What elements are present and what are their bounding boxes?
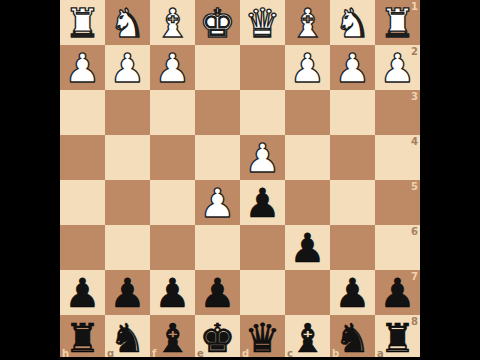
square-e3[interactable] (195, 90, 240, 135)
square-a4[interactable]: 4 (375, 135, 420, 180)
square-a7[interactable]: ♟7 (375, 270, 420, 315)
square-g5[interactable] (105, 180, 150, 225)
piece-black-pawn: ♟ (105, 270, 150, 315)
square-b5[interactable] (330, 180, 375, 225)
square-c4[interactable] (285, 135, 330, 180)
square-d2[interactable] (240, 45, 285, 90)
square-f7[interactable]: ♟ (150, 270, 195, 315)
piece-white-pawn: ♟ (240, 135, 285, 180)
rank-label-7: 7 (411, 272, 418, 282)
piece-black-pawn: ♟ (240, 180, 285, 225)
square-a5[interactable]: 5 (375, 180, 420, 225)
square-d6[interactable] (240, 225, 285, 270)
piece-white-rook: ♜ (375, 0, 420, 45)
square-g8[interactable]: ♞g (105, 315, 150, 360)
piece-white-rook: ♜ (60, 0, 105, 45)
square-d1[interactable]: ♛ (240, 0, 285, 45)
piece-black-pawn: ♟ (195, 270, 240, 315)
rank-label-3: 3 (411, 92, 418, 102)
square-e4[interactable] (195, 135, 240, 180)
rank-label-6: 6 (411, 227, 418, 237)
piece-black-bishop: ♝ (150, 315, 195, 360)
piece-black-king: ♚ (195, 315, 240, 360)
square-c8[interactable]: ♝c (285, 315, 330, 360)
piece-white-pawn: ♟ (150, 45, 195, 90)
square-d4[interactable]: ♟ (240, 135, 285, 180)
piece-white-knight: ♞ (105, 0, 150, 45)
square-c6[interactable]: ♟ (285, 225, 330, 270)
piece-white-pawn: ♟ (60, 45, 105, 90)
rank-label-1: 1 (411, 2, 418, 12)
square-g4[interactable] (105, 135, 150, 180)
square-a8[interactable]: ♜8a (375, 315, 420, 360)
square-c2[interactable]: ♟ (285, 45, 330, 90)
square-h6[interactable] (60, 225, 105, 270)
square-f5[interactable] (150, 180, 195, 225)
piece-white-knight: ♞ (330, 0, 375, 45)
square-c7[interactable] (285, 270, 330, 315)
square-b4[interactable] (330, 135, 375, 180)
right-letterbox-bar (420, 0, 480, 360)
piece-black-knight: ♞ (330, 315, 375, 360)
square-b7[interactable]: ♟ (330, 270, 375, 315)
piece-white-pawn: ♟ (375, 45, 420, 90)
square-g3[interactable] (105, 90, 150, 135)
square-d5[interactable]: ♟ (240, 180, 285, 225)
rank-label-4: 4 (411, 137, 418, 147)
piece-black-rook: ♜ (60, 315, 105, 360)
square-g2[interactable]: ♟ (105, 45, 150, 90)
left-letterbox-bar (0, 0, 60, 360)
square-h3[interactable] (60, 90, 105, 135)
square-e7[interactable]: ♟ (195, 270, 240, 315)
square-f2[interactable]: ♟ (150, 45, 195, 90)
piece-black-pawn: ♟ (285, 225, 330, 270)
square-c1[interactable]: ♝ (285, 0, 330, 45)
square-h2[interactable]: ♟ (60, 45, 105, 90)
piece-white-bishop: ♝ (150, 0, 195, 45)
square-h4[interactable] (60, 135, 105, 180)
square-b8[interactable]: ♞b (330, 315, 375, 360)
square-c5[interactable] (285, 180, 330, 225)
square-b1[interactable]: ♞ (330, 0, 375, 45)
square-f1[interactable]: ♝ (150, 0, 195, 45)
piece-black-bishop: ♝ (285, 315, 330, 360)
square-c3[interactable] (285, 90, 330, 135)
piece-white-pawn: ♟ (330, 45, 375, 90)
square-a1[interactable]: ♜1 (375, 0, 420, 45)
piece-white-queen: ♛ (240, 0, 285, 45)
piece-white-pawn: ♟ (195, 180, 240, 225)
square-h7[interactable]: ♟ (60, 270, 105, 315)
video-frame: ♜♞♝♚♛♝♞♜1♟♟♟♟♟♟23♟4♟♟5♟6♟♟♟♟♟♟7♜h♞g♝f♚e♛… (0, 0, 480, 360)
square-b6[interactable] (330, 225, 375, 270)
chess-board: ♜♞♝♚♛♝♞♜1♟♟♟♟♟♟23♟4♟♟5♟6♟♟♟♟♟♟7♜h♞g♝f♚e♛… (60, 0, 420, 360)
rank-label-2: 2 (411, 47, 418, 57)
square-g7[interactable]: ♟ (105, 270, 150, 315)
square-e5[interactable]: ♟ (195, 180, 240, 225)
square-e6[interactable] (195, 225, 240, 270)
rank-label-5: 5 (411, 182, 418, 192)
square-d8[interactable]: ♛d (240, 315, 285, 360)
square-e2[interactable] (195, 45, 240, 90)
square-h1[interactable]: ♜ (60, 0, 105, 45)
square-f3[interactable] (150, 90, 195, 135)
square-a2[interactable]: ♟2 (375, 45, 420, 90)
square-b3[interactable] (330, 90, 375, 135)
square-h8[interactable]: ♜h (60, 315, 105, 360)
piece-black-queen: ♛ (240, 315, 285, 360)
square-g1[interactable]: ♞ (105, 0, 150, 45)
rank-label-8: 8 (411, 317, 418, 327)
square-h5[interactable] (60, 180, 105, 225)
piece-black-pawn: ♟ (330, 270, 375, 315)
square-f8[interactable]: ♝f (150, 315, 195, 360)
square-f4[interactable] (150, 135, 195, 180)
square-f6[interactable] (150, 225, 195, 270)
piece-black-pawn: ♟ (60, 270, 105, 315)
piece-black-knight: ♞ (105, 315, 150, 360)
square-d7[interactable] (240, 270, 285, 315)
square-e8[interactable]: ♚e (195, 315, 240, 360)
piece-white-pawn: ♟ (105, 45, 150, 90)
square-b2[interactable]: ♟ (330, 45, 375, 90)
square-a6[interactable]: 6 (375, 225, 420, 270)
piece-white-pawn: ♟ (285, 45, 330, 90)
piece-white-king: ♚ (195, 0, 240, 45)
square-e1[interactable]: ♚ (195, 0, 240, 45)
piece-white-bishop: ♝ (285, 0, 330, 45)
piece-black-pawn: ♟ (375, 270, 420, 315)
piece-black-pawn: ♟ (150, 270, 195, 315)
square-a3[interactable]: 3 (375, 90, 420, 135)
square-d3[interactable] (240, 90, 285, 135)
square-g6[interactable] (105, 225, 150, 270)
piece-black-rook: ♜ (375, 315, 420, 360)
